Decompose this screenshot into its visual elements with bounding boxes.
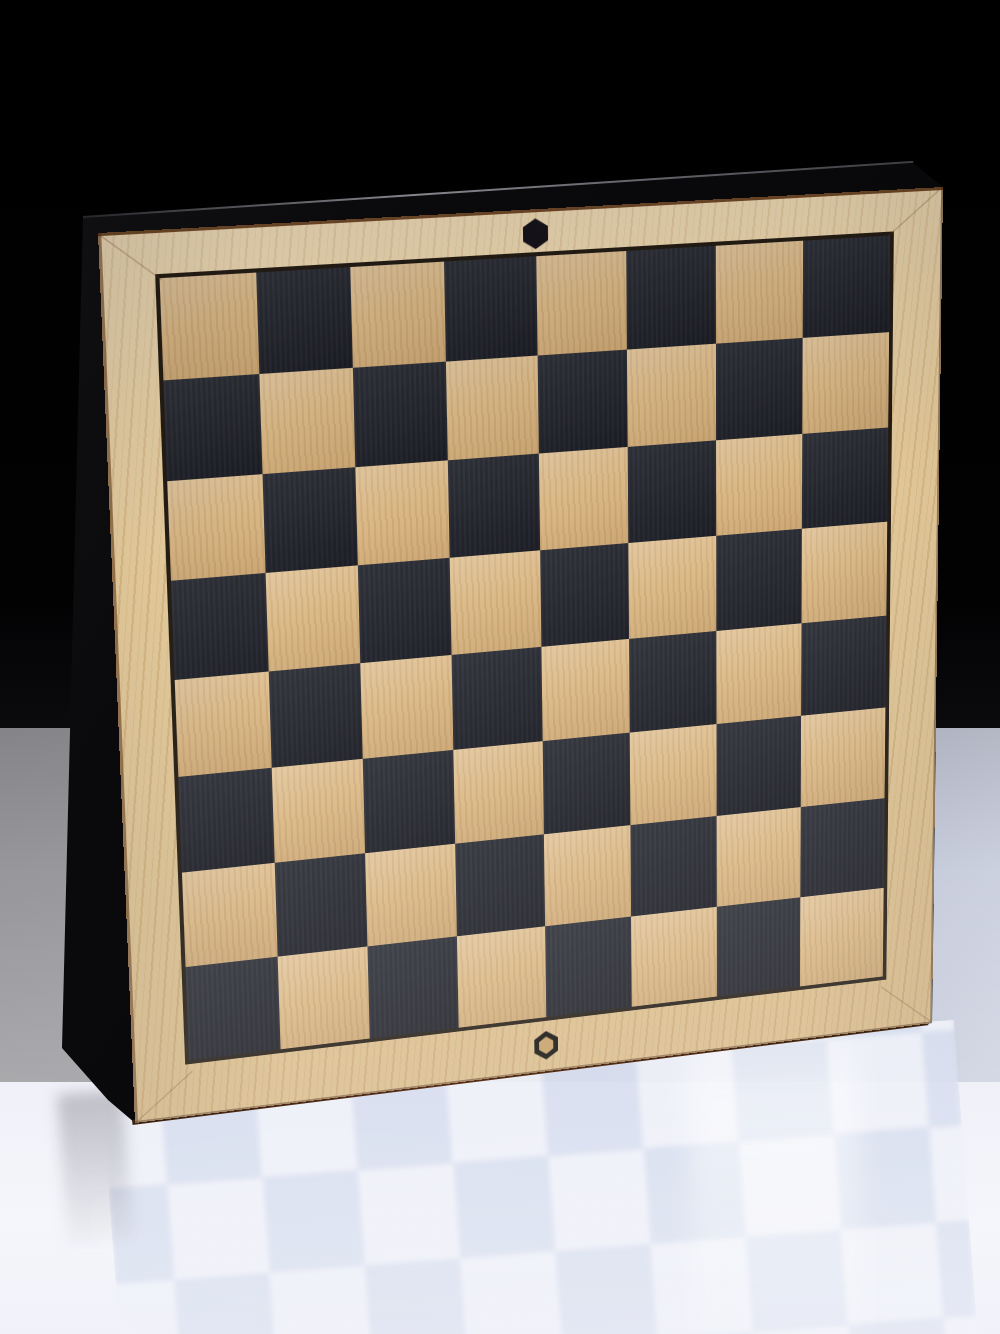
square-g7 xyxy=(716,338,803,441)
square-c2 xyxy=(365,843,456,946)
frame-miter-top-right xyxy=(887,187,942,237)
square-d2 xyxy=(455,834,545,936)
hexagon-inlay-bottom xyxy=(534,1030,558,1061)
square-c5 xyxy=(358,558,451,663)
square-c8 xyxy=(351,262,446,368)
square-d4 xyxy=(451,646,542,749)
chess-board-grid xyxy=(155,231,894,1064)
square-h4 xyxy=(801,615,886,715)
square-e2 xyxy=(543,825,631,926)
square-b7 xyxy=(259,368,356,475)
square-f8 xyxy=(626,246,715,350)
square-e7 xyxy=(537,350,628,454)
square-d1 xyxy=(457,926,546,1028)
frame-miter-top-left xyxy=(98,234,162,281)
scene xyxy=(0,0,1000,1334)
square-c4 xyxy=(361,654,454,758)
square-h1 xyxy=(800,888,883,987)
square-h3 xyxy=(801,707,885,807)
square-f3 xyxy=(630,724,717,825)
square-d5 xyxy=(450,551,541,655)
square-f7 xyxy=(627,344,716,447)
square-b6 xyxy=(262,467,358,573)
square-g6 xyxy=(716,434,803,536)
square-b1 xyxy=(277,946,370,1049)
square-a3 xyxy=(178,767,274,872)
square-h5 xyxy=(802,522,887,623)
square-g3 xyxy=(716,715,801,815)
square-b4 xyxy=(268,663,363,768)
hexagon-inlay-bottom-center xyxy=(539,1036,553,1055)
square-f2 xyxy=(631,816,717,917)
chess-board xyxy=(98,187,943,1123)
square-a6 xyxy=(167,474,265,581)
square-h2 xyxy=(801,798,885,897)
square-d3 xyxy=(453,741,543,844)
square-d8 xyxy=(444,256,537,361)
square-c1 xyxy=(368,936,459,1038)
square-c7 xyxy=(353,362,448,468)
square-c3 xyxy=(363,750,455,853)
square-g5 xyxy=(716,529,802,630)
square-h7 xyxy=(803,332,889,434)
square-g1 xyxy=(717,897,801,996)
square-b2 xyxy=(274,853,367,957)
square-h6 xyxy=(802,428,888,529)
frame-miter-bottom-left xyxy=(136,1071,193,1123)
square-e8 xyxy=(536,251,627,356)
square-a8 xyxy=(160,273,259,381)
square-e3 xyxy=(542,732,630,834)
square-a1 xyxy=(186,957,281,1061)
square-f4 xyxy=(629,631,716,733)
square-g2 xyxy=(716,807,801,907)
square-g8 xyxy=(716,241,804,344)
hexagon-inlay-top xyxy=(523,218,548,250)
square-e4 xyxy=(541,638,630,740)
square-f5 xyxy=(628,536,716,638)
square-e1 xyxy=(545,916,632,1017)
square-f6 xyxy=(628,441,716,544)
square-f1 xyxy=(631,907,716,1007)
square-a4 xyxy=(175,671,272,777)
frame-miter-bottom-right xyxy=(880,986,931,1022)
square-g4 xyxy=(716,623,802,724)
box-side-reflection xyxy=(57,1090,133,1244)
square-d7 xyxy=(446,356,539,461)
square-a5 xyxy=(171,573,268,679)
square-b8 xyxy=(256,267,353,374)
square-d6 xyxy=(448,454,540,558)
square-e6 xyxy=(538,447,628,551)
square-b5 xyxy=(265,566,360,671)
square-a2 xyxy=(182,863,277,967)
square-c6 xyxy=(356,461,450,566)
square-a7 xyxy=(163,374,262,481)
square-h8 xyxy=(803,236,890,338)
square-b3 xyxy=(271,758,365,862)
square-e5 xyxy=(540,543,629,646)
